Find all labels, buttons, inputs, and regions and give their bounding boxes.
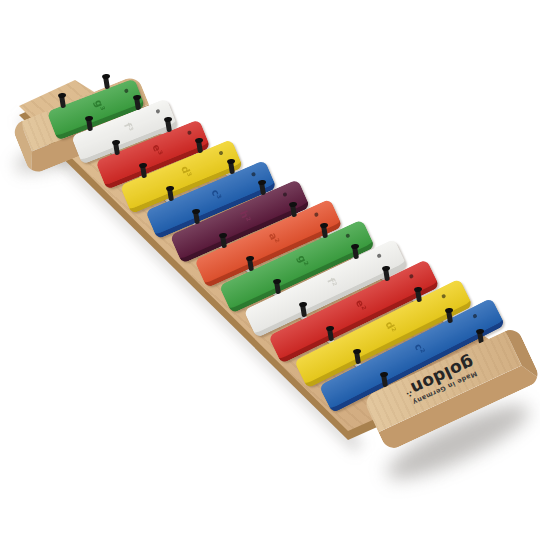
mounting-hole	[377, 253, 382, 258]
mounting-pin	[290, 203, 297, 217]
mounting-pin	[352, 246, 359, 260]
pin-head	[379, 371, 388, 377]
mounting-pin	[103, 76, 110, 90]
mounting-pin	[140, 165, 147, 179]
pin-head	[444, 307, 453, 313]
mounting-pin	[321, 225, 328, 239]
mounting-pin	[446, 310, 453, 324]
note-label: d³	[179, 165, 194, 180]
mounting-pin	[134, 97, 141, 111]
mounting-hole	[282, 192, 287, 197]
mounting-pin	[247, 258, 254, 272]
glockenspiel-product-photo: g³f³e³d³c³h²a²g²f²e²d²c² Made in Germany…	[0, 0, 540, 540]
mounting-hole	[472, 314, 477, 319]
mounting-hole	[219, 151, 224, 156]
mounting-pin	[220, 234, 227, 248]
note-label: h²	[238, 209, 253, 224]
pin-head	[352, 348, 361, 354]
note-label: f²	[325, 277, 339, 290]
note-label: c³	[209, 187, 223, 201]
pin-head	[101, 73, 110, 79]
note-label: e²	[354, 298, 369, 313]
pin-head	[319, 222, 328, 228]
mounting-hole	[251, 171, 256, 176]
pin-head	[475, 328, 484, 334]
mounting-hole	[155, 109, 160, 114]
mounting-pin	[165, 118, 172, 132]
note-label: c²	[412, 342, 426, 356]
mounting-pin	[354, 351, 361, 365]
note-label: f³	[122, 122, 135, 134]
note-label: g²	[296, 253, 311, 268]
pin-head	[257, 179, 266, 185]
mounting-pin	[327, 327, 334, 341]
mounting-hole	[346, 233, 351, 238]
mounting-hole	[440, 294, 445, 299]
mounting-hole	[124, 89, 129, 94]
pin-head	[272, 278, 281, 284]
mounting-hole	[409, 274, 414, 279]
mounting-hole	[314, 213, 319, 218]
mounting-hole	[187, 130, 192, 135]
pin-head	[132, 94, 141, 100]
note-label: d²	[383, 320, 398, 335]
note-label: e³	[150, 143, 164, 157]
note-label: g³	[92, 98, 106, 113]
mounting-pin	[113, 141, 120, 155]
note-label: a²	[267, 231, 282, 246]
